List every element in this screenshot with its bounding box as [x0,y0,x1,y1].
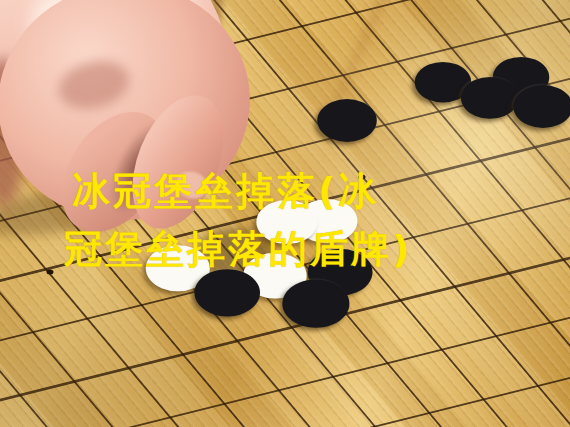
black-stone[interactable]: ● [313,87,381,143]
black-stone[interactable]: ● [189,256,264,318]
go-board-photo: ●●●●●●●●●●●● 冰冠堡垒掉落(冰 冠堡垒掉落的盾牌) [0,0,570,427]
stones-layer: ●●●●●●●●●●●● [0,0,570,427]
black-stone[interactable]: ● [278,267,355,330]
black-stone[interactable]: ● [509,73,570,129]
